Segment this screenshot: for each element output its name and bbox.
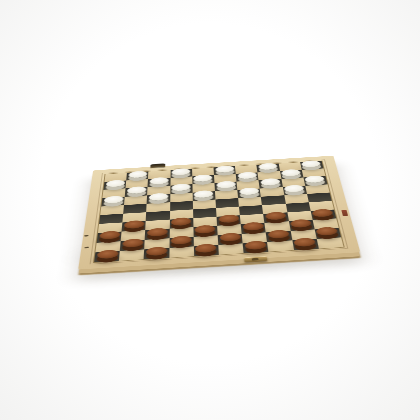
brown-piece <box>244 240 266 250</box>
board-square <box>317 237 344 248</box>
brown-piece <box>293 237 316 247</box>
brown-piece <box>122 238 144 248</box>
board-square <box>144 248 169 259</box>
white-piece <box>127 186 147 194</box>
white-piece <box>301 160 321 168</box>
draughts-board <box>78 156 360 270</box>
board-square <box>267 240 293 251</box>
hinge-icon <box>151 163 166 167</box>
white-piece <box>260 178 280 186</box>
brown-piece <box>96 249 118 259</box>
white-piece <box>239 187 259 195</box>
white-piece <box>281 169 301 177</box>
board-square <box>194 245 219 256</box>
brown-piece <box>195 225 216 234</box>
board-square <box>94 251 120 263</box>
screw-icon <box>84 247 88 249</box>
brown-piece <box>265 211 287 220</box>
brown-piece <box>218 214 239 223</box>
brown-piece <box>268 229 290 238</box>
brown-piece <box>290 219 312 228</box>
white-piece <box>305 175 326 183</box>
brand-stamp <box>341 210 348 216</box>
white-piece <box>194 174 213 182</box>
white-piece <box>216 181 236 189</box>
board-square <box>292 239 319 250</box>
white-piece <box>258 163 278 171</box>
white-piece <box>215 165 234 173</box>
board-grid <box>93 161 345 263</box>
screw-icon <box>84 235 88 237</box>
white-piece <box>150 177 169 185</box>
brown-piece <box>146 246 168 256</box>
brown-piece <box>99 230 121 239</box>
board-square <box>119 249 144 261</box>
brown-piece <box>124 220 145 229</box>
white-piece <box>105 179 125 187</box>
white-piece <box>194 190 214 198</box>
white-piece <box>237 171 257 179</box>
white-piece <box>149 193 169 201</box>
brown-piece <box>147 228 168 237</box>
board-square <box>218 243 244 254</box>
brown-piece <box>316 227 339 236</box>
white-piece <box>128 170 147 178</box>
scene <box>0 0 420 420</box>
white-piece <box>284 185 305 193</box>
brown-piece <box>171 235 192 245</box>
brown-piece <box>242 222 264 231</box>
board-square <box>243 242 269 253</box>
brown-piece <box>219 232 241 242</box>
brown-piece <box>195 243 217 253</box>
brown-piece <box>171 217 191 226</box>
board-square <box>169 246 194 257</box>
white-piece <box>103 196 123 204</box>
white-piece <box>172 168 191 176</box>
white-piece <box>172 183 191 191</box>
brown-piece <box>312 208 334 217</box>
